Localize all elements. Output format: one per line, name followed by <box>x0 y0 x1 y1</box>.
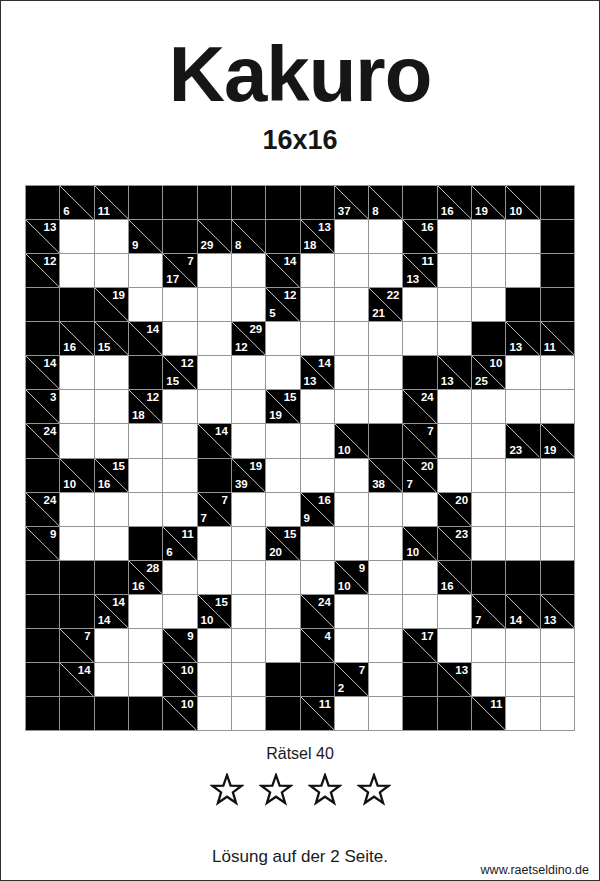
across-clue: 14 <box>112 596 125 609</box>
down-clue: 14 <box>509 614 522 627</box>
block-cell-r3c14 <box>506 288 539 321</box>
empty-cell-r9c6[interactable] <box>232 493 265 526</box>
empty-cell-r3c5[interactable] <box>198 288 231 321</box>
empty-cell-r8c13[interactable] <box>472 459 505 492</box>
block-cell-r12c1 <box>60 595 93 628</box>
empty-cell-r5c6[interactable] <box>232 356 265 389</box>
across-clue: 7 <box>427 425 433 438</box>
star-icon <box>210 773 244 806</box>
down-clue: 19 <box>269 409 282 422</box>
clue-cell-r7c11: 7 <box>403 424 436 457</box>
empty-cell-r2c8[interactable] <box>301 254 334 287</box>
empty-cell-r3c9[interactable] <box>335 288 368 321</box>
empty-cell-r13c9[interactable] <box>335 629 368 662</box>
block-cell-r0c5 <box>198 186 231 219</box>
empty-cell-r13c15[interactable] <box>541 629 574 662</box>
across-clue: 13 <box>318 221 331 234</box>
puzzle-label: Rätsel 40 <box>1 745 599 763</box>
empty-cell-r13c5[interactable] <box>198 629 231 662</box>
down-clue: 16 <box>441 205 454 218</box>
difficulty-stars <box>1 773 599 806</box>
clue-cell-r5c8: 1413 <box>301 356 334 389</box>
across-clue: 11 <box>181 528 193 541</box>
clue-cell-r9c0: 24 <box>26 493 59 526</box>
across-clue: 14 <box>44 357 57 370</box>
empty-cell-r12c7[interactable] <box>266 595 299 628</box>
block-cell-r1c15 <box>541 220 574 253</box>
empty-cell-r6c5[interactable] <box>198 390 231 423</box>
down-clue: 21 <box>372 307 385 320</box>
clue-cell-r7c5: 14 <box>198 424 231 457</box>
across-clue: 22 <box>387 289 400 302</box>
across-clue: 20 <box>421 460 434 473</box>
block-cell-r4c13 <box>472 322 505 355</box>
block-cell-r11c1 <box>60 561 93 594</box>
clue-cell-r10c11: 10 <box>403 527 436 560</box>
block-cell-r14c8 <box>301 663 334 696</box>
empty-cell-r13c10[interactable] <box>369 629 402 662</box>
down-clue: 19 <box>544 444 557 457</box>
down-clue: 16 <box>98 478 111 491</box>
across-clue: 12 <box>146 391 159 404</box>
empty-cell-r14c5[interactable] <box>198 663 231 696</box>
empty-cell-r9c14[interactable] <box>506 493 539 526</box>
block-cell-r11c14 <box>506 561 539 594</box>
empty-cell-r2c2[interactable] <box>95 254 128 287</box>
empty-cell-r9c10[interactable] <box>369 493 402 526</box>
across-clue: 11 <box>319 698 331 711</box>
across-clue: 15 <box>284 391 297 404</box>
block-cell-r15c0 <box>26 697 59 730</box>
down-clue: 7 <box>201 512 207 525</box>
empty-cell-r7c13[interactable] <box>472 424 505 457</box>
block-cell-r3c1 <box>60 288 93 321</box>
clue-cell-r5c12: 13 <box>438 356 471 389</box>
across-clue: 16 <box>421 221 434 234</box>
clue-cell-r9c12: 20 <box>438 493 471 526</box>
empty-cell-r4c8[interactable] <box>301 322 334 355</box>
down-clue: 10 <box>406 546 419 559</box>
empty-cell-r13c7[interactable] <box>266 629 299 662</box>
empty-cell-r1c13[interactable] <box>472 220 505 253</box>
clue-cell-r3c7: 125 <box>266 288 299 321</box>
block-cell-r0c0 <box>26 186 59 219</box>
empty-cell-r11c6[interactable] <box>232 561 265 594</box>
empty-cell-r8c8[interactable] <box>301 459 334 492</box>
empty-cell-r3c13[interactable] <box>472 288 505 321</box>
across-clue: 11 <box>490 698 502 711</box>
empty-cell-r10c8[interactable] <box>301 527 334 560</box>
across-clue: 15 <box>284 528 297 541</box>
empty-cell-r7c6[interactable] <box>232 424 265 457</box>
empty-cell-r15c10[interactable] <box>369 697 402 730</box>
empty-cell-r10c10[interactable] <box>369 527 402 560</box>
block-cell-r8c0 <box>26 459 59 492</box>
clue-cell-r1c3: 9 <box>129 220 162 253</box>
clue-cell-r4c2: 15 <box>95 322 128 355</box>
empty-cell-r6c8[interactable] <box>301 390 334 423</box>
empty-cell-r6c2[interactable] <box>95 390 128 423</box>
down-clue: 9 <box>304 512 310 525</box>
empty-cell-r12c12[interactable] <box>438 595 471 628</box>
empty-cell-r5c14[interactable] <box>506 356 539 389</box>
empty-cell-r1c10[interactable] <box>369 220 402 253</box>
block-cell-r15c1 <box>60 697 93 730</box>
across-clue: 12 <box>181 357 194 370</box>
empty-cell-r11c10[interactable] <box>369 561 402 594</box>
clue-cell-r8c1: 10 <box>60 459 93 492</box>
down-clue: 18 <box>132 409 145 422</box>
clue-cell-r3c2: 19 <box>95 288 128 321</box>
empty-cell-r8c3[interactable] <box>129 459 162 492</box>
empty-cell-r1c2[interactable] <box>95 220 128 253</box>
clue-cell-r8c2: 1516 <box>95 459 128 492</box>
empty-cell-r9c7[interactable] <box>266 493 299 526</box>
across-clue: 10 <box>490 357 503 370</box>
empty-cell-r14c3[interactable] <box>129 663 162 696</box>
across-clue: 24 <box>421 391 434 404</box>
down-clue: 5 <box>269 307 275 320</box>
across-clue: 16 <box>318 494 331 507</box>
empty-cell-r2c14[interactable] <box>506 254 539 287</box>
empty-cell-r10c6[interactable] <box>232 527 265 560</box>
empty-cell-r10c13[interactable] <box>472 527 505 560</box>
empty-cell-r14c10[interactable] <box>369 663 402 696</box>
clue-cell-r11c12: 16 <box>438 561 471 594</box>
clue-cell-r13c1: 7 <box>60 629 93 662</box>
empty-cell-r12c6[interactable] <box>232 595 265 628</box>
empty-cell-r3c8[interactable] <box>301 288 334 321</box>
empty-cell-r14c13[interactable] <box>472 663 505 696</box>
empty-cell-r9c9[interactable] <box>335 493 368 526</box>
across-clue: 28 <box>146 562 159 575</box>
empty-cell-r4c11[interactable] <box>403 322 436 355</box>
block-cell-r14c7 <box>266 663 299 696</box>
block-cell-r15c2 <box>95 697 128 730</box>
empty-cell-r15c6[interactable] <box>232 697 265 730</box>
empty-cell-r12c11[interactable] <box>403 595 436 628</box>
down-clue: 16 <box>63 341 76 354</box>
empty-cell-r5c7[interactable] <box>266 356 299 389</box>
empty-cell-r10c15[interactable] <box>541 527 574 560</box>
empty-cell-r11c4[interactable] <box>163 561 196 594</box>
empty-cell-r2c13[interactable] <box>472 254 505 287</box>
empty-cell-r10c9[interactable] <box>335 527 368 560</box>
down-clue: 13 <box>509 341 522 354</box>
across-clue: 10 <box>181 664 194 677</box>
empty-cell-r12c4[interactable] <box>163 595 196 628</box>
block-cell-r15c12 <box>438 697 471 730</box>
empty-cell-r9c13[interactable] <box>472 493 505 526</box>
empty-cell-r9c11[interactable] <box>403 493 436 526</box>
across-clue: 20 <box>455 494 468 507</box>
clue-cell-r14c12: 13 <box>438 663 471 696</box>
across-clue: 23 <box>455 528 468 541</box>
empty-cell-r15c9[interactable] <box>335 697 368 730</box>
clue-cell-r7c15: 19 <box>541 424 574 457</box>
empty-cell-r1c9[interactable] <box>335 220 368 253</box>
across-clue: 19 <box>112 289 125 302</box>
down-clue: 10 <box>201 614 214 627</box>
empty-cell-r1c12[interactable] <box>438 220 471 253</box>
across-clue: 15 <box>112 460 125 473</box>
empty-cell-r13c12[interactable] <box>438 629 471 662</box>
clue-cell-r8c10: 38 <box>369 459 402 492</box>
empty-cell-r12c3[interactable] <box>129 595 162 628</box>
empty-cell-r13c13[interactable] <box>472 629 505 662</box>
across-clue: 9 <box>359 562 365 575</box>
across-clue: 11 <box>422 255 434 268</box>
down-clue: 2 <box>338 682 344 695</box>
block-cell-r0c6 <box>232 186 265 219</box>
across-clue: 14 <box>318 357 331 370</box>
across-clue: 24 <box>318 596 331 609</box>
block-cell-r0c7 <box>266 186 299 219</box>
empty-cell-r3c3[interactable] <box>129 288 162 321</box>
across-clue: 7 <box>221 494 227 507</box>
down-clue: 16 <box>441 580 454 593</box>
across-clue: 7 <box>359 664 365 677</box>
empty-cell-r4c9[interactable] <box>335 322 368 355</box>
empty-cell-r4c7[interactable] <box>266 322 299 355</box>
down-clue: 13 <box>544 614 557 627</box>
down-clue: 13 <box>441 375 454 388</box>
empty-cell-r5c10[interactable] <box>369 356 402 389</box>
down-clue: 12 <box>235 341 248 354</box>
clue-cell-r1c8: 1318 <box>301 220 334 253</box>
block-cell-r11c13 <box>472 561 505 594</box>
empty-cell-r8c7[interactable] <box>266 459 299 492</box>
across-clue: 12 <box>44 255 57 268</box>
block-cell-r11c15 <box>541 561 574 594</box>
empty-cell-r9c15[interactable] <box>541 493 574 526</box>
across-clue: 3 <box>50 391 56 404</box>
down-clue: 16 <box>132 580 145 593</box>
clue-cell-r6c7: 1519 <box>266 390 299 423</box>
clue-cell-r1c6: 8 <box>232 220 265 253</box>
down-clue: 15 <box>166 375 179 388</box>
empty-cell-r6c6[interactable] <box>232 390 265 423</box>
empty-cell-r11c11[interactable] <box>403 561 436 594</box>
website-url: www.raetseldino.de <box>481 863 589 877</box>
empty-cell-r7c1[interactable] <box>60 424 93 457</box>
down-clue: 8 <box>372 205 378 218</box>
clue-cell-r12c5: 1510 <box>198 595 231 628</box>
empty-cell-r13c3[interactable] <box>129 629 162 662</box>
block-cell-r8c5 <box>198 459 231 492</box>
clue-cell-r5c13: 1025 <box>472 356 505 389</box>
clue-cell-r14c9: 72 <box>335 663 368 696</box>
empty-cell-r4c12[interactable] <box>438 322 471 355</box>
empty-cell-r6c14[interactable] <box>506 390 539 423</box>
down-clue: 23 <box>509 444 522 457</box>
clue-cell-r13c4: 9 <box>163 629 196 662</box>
empty-cell-r13c14[interactable] <box>506 629 539 662</box>
empty-cell-r5c9[interactable] <box>335 356 368 389</box>
empty-cell-r1c14[interactable] <box>506 220 539 253</box>
across-clue: 29 <box>249 323 262 336</box>
down-clue: 9 <box>132 239 138 252</box>
clue-cell-r11c9: 910 <box>335 561 368 594</box>
empty-cell-r12c9[interactable] <box>335 595 368 628</box>
down-clue: 18 <box>304 239 317 252</box>
clue-cell-r10c0: 9 <box>26 527 59 560</box>
down-clue: 11 <box>98 205 110 218</box>
across-clue: 17 <box>421 630 434 643</box>
clue-cell-r9c8: 169 <box>301 493 334 526</box>
across-clue: 9 <box>50 528 56 541</box>
empty-cell-r7c2[interactable] <box>95 424 128 457</box>
empty-cell-r10c5[interactable] <box>198 527 231 560</box>
grid-size-label: 16x16 <box>1 125 599 156</box>
across-clue: 7 <box>187 255 193 268</box>
empty-cell-r7c4[interactable] <box>163 424 196 457</box>
empty-cell-r7c3[interactable] <box>129 424 162 457</box>
empty-cell-r8c15[interactable] <box>541 459 574 492</box>
empty-cell-r4c5[interactable] <box>198 322 231 355</box>
block-cell-r10c3 <box>129 527 162 560</box>
empty-cell-r5c15[interactable] <box>541 356 574 389</box>
block-cell-r15c11 <box>403 697 436 730</box>
empty-cell-r8c14[interactable] <box>506 459 539 492</box>
clue-cell-r0c1: 6 <box>60 186 93 219</box>
empty-cell-r4c10[interactable] <box>369 322 402 355</box>
clue-cell-r8c11: 207 <box>403 459 436 492</box>
empty-cell-r6c15[interactable] <box>541 390 574 423</box>
clue-cell-r0c10: 8 <box>369 186 402 219</box>
empty-cell-r10c14[interactable] <box>506 527 539 560</box>
block-cell-r13c0 <box>26 629 59 662</box>
across-clue: 10 <box>181 698 194 711</box>
down-clue: 19 <box>475 205 488 218</box>
block-cell-r5c11 <box>403 356 436 389</box>
empty-cell-r5c5[interactable] <box>198 356 231 389</box>
empty-cell-r5c2[interactable] <box>95 356 128 389</box>
star-icon <box>357 773 391 806</box>
clue-cell-r14c1: 14 <box>60 663 93 696</box>
clue-cell-r1c11: 16 <box>403 220 436 253</box>
empty-cell-r1c1[interactable] <box>60 220 93 253</box>
clue-cell-r0c14: 10 <box>506 186 539 219</box>
empty-cell-r9c2[interactable] <box>95 493 128 526</box>
empty-cell-r7c12[interactable] <box>438 424 471 457</box>
down-clue: 17 <box>166 273 179 286</box>
block-cell-r0c8 <box>301 186 334 219</box>
down-clue: 10 <box>338 580 351 593</box>
empty-cell-r6c1[interactable] <box>60 390 93 423</box>
block-cell-r0c3 <box>129 186 162 219</box>
empty-cell-r11c5[interactable] <box>198 561 231 594</box>
empty-cell-r3c11[interactable] <box>403 288 436 321</box>
star-icon <box>259 773 293 806</box>
down-clue: 20 <box>269 546 282 559</box>
empty-cell-r7c7[interactable] <box>266 424 299 457</box>
empty-cell-r5c1[interactable] <box>60 356 93 389</box>
empty-cell-r8c12[interactable] <box>438 459 471 492</box>
empty-cell-r10c1[interactable] <box>60 527 93 560</box>
clue-cell-r2c7: 14 <box>266 254 299 287</box>
empty-cell-r12c10[interactable] <box>369 595 402 628</box>
empty-cell-r2c1[interactable] <box>60 254 93 287</box>
clue-cell-r8c6: 1939 <box>232 459 265 492</box>
across-clue: 13 <box>44 221 57 234</box>
clue-cell-r13c8: 4 <box>301 629 334 662</box>
empty-cell-r7c8[interactable] <box>301 424 334 457</box>
empty-cell-r13c2[interactable] <box>95 629 128 662</box>
empty-cell-r2c9[interactable] <box>335 254 368 287</box>
across-clue: 14 <box>146 323 159 336</box>
empty-cell-r6c13[interactable] <box>472 390 505 423</box>
down-clue: 37 <box>338 205 351 218</box>
block-cell-r5c3 <box>129 356 162 389</box>
clue-cell-r7c14: 23 <box>506 424 539 457</box>
empty-cell-r2c5[interactable] <box>198 254 231 287</box>
clue-cell-r12c8: 24 <box>301 595 334 628</box>
empty-cell-r14c6[interactable] <box>232 663 265 696</box>
down-clue: 15 <box>98 341 111 354</box>
empty-cell-r15c5[interactable] <box>198 697 231 730</box>
empty-cell-r14c15[interactable] <box>541 663 574 696</box>
empty-cell-r4c4[interactable] <box>163 322 196 355</box>
empty-cell-r9c3[interactable] <box>129 493 162 526</box>
clue-cell-r0c2: 11 <box>95 186 128 219</box>
empty-cell-r6c9[interactable] <box>335 390 368 423</box>
clue-cell-r15c8: 11 <box>301 697 334 730</box>
down-clue: 39 <box>235 478 248 491</box>
empty-cell-r9c1[interactable] <box>60 493 93 526</box>
empty-cell-r6c12[interactable] <box>438 390 471 423</box>
empty-cell-r15c14[interactable] <box>506 697 539 730</box>
empty-cell-r6c10[interactable] <box>369 390 402 423</box>
empty-cell-r2c10[interactable] <box>369 254 402 287</box>
empty-cell-r13c6[interactable] <box>232 629 265 662</box>
empty-cell-r2c3[interactable] <box>129 254 162 287</box>
empty-cell-r15c15[interactable] <box>541 697 574 730</box>
empty-cell-r11c7[interactable] <box>266 561 299 594</box>
empty-cell-r2c12[interactable] <box>438 254 471 287</box>
empty-cell-r8c4[interactable] <box>163 459 196 492</box>
clue-cell-r2c4: 717 <box>163 254 196 287</box>
down-clue: 14 <box>98 614 111 627</box>
block-cell-r3c15 <box>541 288 574 321</box>
empty-cell-r11c8[interactable] <box>301 561 334 594</box>
block-cell-r15c7 <box>266 697 299 730</box>
empty-cell-r3c12[interactable] <box>438 288 471 321</box>
empty-cell-r14c14[interactable] <box>506 663 539 696</box>
clue-cell-r5c4: 1215 <box>163 356 196 389</box>
block-cell-r14c0 <box>26 663 59 696</box>
empty-cell-r9c4[interactable] <box>163 493 196 526</box>
block-cell-r11c2 <box>95 561 128 594</box>
block-cell-r1c7 <box>266 220 299 253</box>
empty-cell-r2c6[interactable] <box>232 254 265 287</box>
empty-cell-r10c2[interactable] <box>95 527 128 560</box>
across-clue: 24 <box>44 425 57 438</box>
clue-cell-r9c5: 77 <box>198 493 231 526</box>
block-cell-r12c0 <box>26 595 59 628</box>
empty-cell-r3c6[interactable] <box>232 288 265 321</box>
clue-cell-r6c11: 24 <box>403 390 436 423</box>
block-cell-r1c4 <box>163 220 196 253</box>
block-cell-r14c11 <box>403 663 436 696</box>
block-cell-r0c11 <box>403 186 436 219</box>
clue-cell-r0c9: 37 <box>335 186 368 219</box>
empty-cell-r3c4[interactable] <box>163 288 196 321</box>
empty-cell-r8c9[interactable] <box>335 459 368 492</box>
empty-cell-r6c4[interactable] <box>163 390 196 423</box>
empty-cell-r14c2[interactable] <box>95 663 128 696</box>
clue-cell-r0c13: 19 <box>472 186 505 219</box>
